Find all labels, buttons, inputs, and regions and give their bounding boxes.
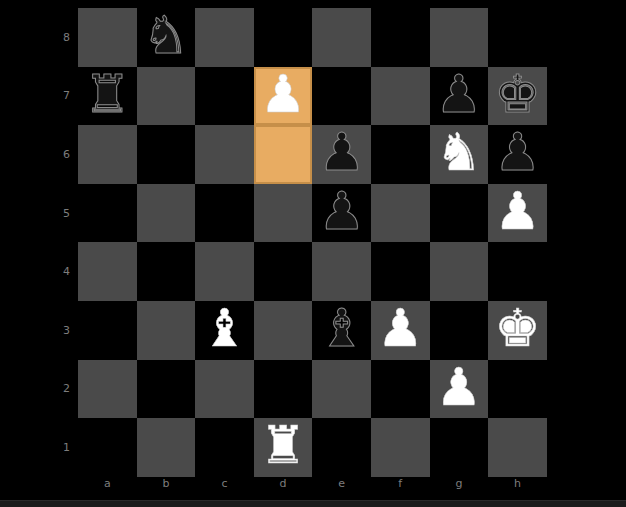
rank-label-6: 6 [0,125,74,184]
square-c4[interactable] [195,242,254,301]
rank-label-1: 1 [0,418,74,477]
file-label-c: c [195,476,254,490]
square-g2[interactable]: ♟ [430,360,489,419]
file-label-g: g [430,476,489,490]
square-f3[interactable]: ♟ [371,301,430,360]
square-f7[interactable] [371,67,430,126]
black-rook[interactable]: ♜ [84,68,131,120]
file-label-a: a [78,476,137,490]
square-d7[interactable]: ♟ [254,67,313,126]
white-rook[interactable]: ♜ [260,419,307,471]
black-pawn[interactable]: ♟ [318,126,365,178]
white-king[interactable]: ♚ [494,302,541,354]
square-c1[interactable] [195,418,254,477]
square-e5[interactable]: ♟ [312,184,371,243]
square-a4[interactable] [78,242,137,301]
square-g3[interactable] [430,301,489,360]
square-a3[interactable] [78,301,137,360]
square-e6[interactable]: ♟ [312,125,371,184]
square-d4[interactable] [254,242,313,301]
square-c8[interactable] [195,8,254,67]
square-h1[interactable] [488,418,547,477]
bottom-bar [0,500,626,507]
square-d1[interactable]: ♜ [254,418,313,477]
square-d2[interactable] [254,360,313,419]
rank-label-3: 3 [0,301,74,360]
square-f5[interactable] [371,184,430,243]
square-f6[interactable] [371,125,430,184]
square-a5[interactable] [78,184,137,243]
square-f4[interactable] [371,242,430,301]
square-f2[interactable] [371,360,430,419]
square-d8[interactable] [254,8,313,67]
square-h7[interactable]: ♚ [488,67,547,126]
square-c6[interactable] [195,125,254,184]
square-h6[interactable]: ♟ [488,125,547,184]
white-pawn[interactable]: ♟ [494,185,541,237]
white-pawn[interactable]: ♟ [377,302,424,354]
square-c7[interactable] [195,67,254,126]
square-d6[interactable] [254,125,313,184]
square-c3[interactable]: ♝ [195,301,254,360]
black-bishop[interactable]: ♝ [318,302,365,354]
black-king[interactable]: ♚ [494,68,541,120]
chess-app-screen: 87654321 ♞♜♟♟♚♟♞♟♟♟♝♝♟♚♟♜ abcdefgh [0,0,626,507]
square-g6[interactable]: ♞ [430,125,489,184]
square-e2[interactable] [312,360,371,419]
square-a7[interactable]: ♜ [78,67,137,126]
square-g1[interactable] [430,418,489,477]
square-a6[interactable] [78,125,137,184]
rank-label-2: 2 [0,360,74,419]
square-b7[interactable] [137,67,196,126]
file-label-e: e [312,476,371,490]
white-knight[interactable]: ♞ [436,126,483,178]
file-label-h: h [488,476,547,490]
square-c2[interactable] [195,360,254,419]
file-label-f: f [371,476,430,490]
square-h2[interactable] [488,360,547,419]
square-b1[interactable] [137,418,196,477]
square-h5[interactable]: ♟ [488,184,547,243]
square-b6[interactable] [137,125,196,184]
black-pawn[interactable]: ♟ [436,68,483,120]
square-g5[interactable] [430,184,489,243]
square-b8[interactable]: ♞ [137,8,196,67]
square-h3[interactable]: ♚ [488,301,547,360]
square-g8[interactable] [430,8,489,67]
rank-labels: 87654321 [0,8,74,477]
square-g4[interactable] [430,242,489,301]
square-c5[interactable] [195,184,254,243]
square-f8[interactable] [371,8,430,67]
black-pawn[interactable]: ♟ [494,126,541,178]
white-pawn[interactable]: ♟ [436,361,483,413]
square-a2[interactable] [78,360,137,419]
square-h8[interactable] [488,8,547,67]
file-label-d: d [254,476,313,490]
square-d3[interactable] [254,301,313,360]
square-e4[interactable] [312,242,371,301]
rank-label-5: 5 [0,184,74,243]
square-f1[interactable] [371,418,430,477]
rank-label-4: 4 [0,242,74,301]
square-g7[interactable]: ♟ [430,67,489,126]
rank-label-8: 8 [0,8,74,67]
square-e7[interactable] [312,67,371,126]
square-e3[interactable]: ♝ [312,301,371,360]
black-knight[interactable]: ♞ [143,9,190,61]
square-b3[interactable] [137,301,196,360]
white-pawn[interactable]: ♟ [260,68,307,120]
square-a8[interactable] [78,8,137,67]
square-b2[interactable] [137,360,196,419]
square-e8[interactable] [312,8,371,67]
chess-board: ♞♜♟♟♚♟♞♟♟♟♝♝♟♚♟♜ [78,8,547,477]
square-d5[interactable] [254,184,313,243]
file-labels: abcdefgh [78,476,547,490]
file-label-b: b [137,476,196,490]
rank-label-7: 7 [0,67,74,126]
black-pawn[interactable]: ♟ [318,185,365,237]
square-a1[interactable] [78,418,137,477]
square-h4[interactable] [488,242,547,301]
square-e1[interactable] [312,418,371,477]
white-bishop[interactable]: ♝ [201,302,248,354]
square-b5[interactable] [137,184,196,243]
square-b4[interactable] [137,242,196,301]
